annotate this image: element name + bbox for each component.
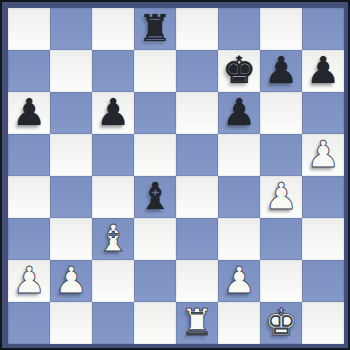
black-rook-d8[interactable]: ♜ (138, 8, 171, 50)
square-e6[interactable] (176, 92, 218, 134)
square-h2[interactable] (302, 260, 344, 302)
square-h3[interactable] (302, 218, 344, 260)
black-pawn-c6[interactable]: ♟ (96, 92, 129, 134)
square-c6[interactable]: ♟ (92, 92, 134, 134)
white-pawn-f2[interactable]: ♟ (222, 260, 255, 302)
square-f7[interactable]: ♚ (218, 50, 260, 92)
square-a1[interactable] (8, 302, 50, 344)
square-g2[interactable] (260, 260, 302, 302)
square-b6[interactable] (50, 92, 92, 134)
chess-board-frame: ♜♚♟♟♟♟♟♟♝♟♝♟♟♟♜♚ (0, 0, 350, 350)
square-c7[interactable] (92, 50, 134, 92)
chess-board: ♜♚♟♟♟♟♟♟♝♟♝♟♟♟♜♚ (8, 8, 344, 344)
square-d3[interactable] (134, 218, 176, 260)
white-king-g1[interactable]: ♚ (264, 302, 297, 344)
square-c2[interactable] (92, 260, 134, 302)
white-pawn-a2[interactable]: ♟ (12, 260, 45, 302)
square-c1[interactable] (92, 302, 134, 344)
square-e1[interactable]: ♜ (176, 302, 218, 344)
square-e4[interactable] (176, 176, 218, 218)
square-e8[interactable] (176, 8, 218, 50)
square-g1[interactable]: ♚ (260, 302, 302, 344)
square-b4[interactable] (50, 176, 92, 218)
black-pawn-h7[interactable]: ♟ (306, 50, 339, 92)
square-h8[interactable] (302, 8, 344, 50)
black-king-f7[interactable]: ♚ (222, 50, 255, 92)
square-g4[interactable]: ♟ (260, 176, 302, 218)
white-pawn-b2[interactable]: ♟ (54, 260, 87, 302)
black-pawn-f6[interactable]: ♟ (222, 92, 255, 134)
square-b8[interactable] (50, 8, 92, 50)
square-h4[interactable] (302, 176, 344, 218)
square-d4[interactable]: ♝ (134, 176, 176, 218)
square-e7[interactable] (176, 50, 218, 92)
white-bishop-c3[interactable]: ♝ (96, 218, 129, 260)
square-c4[interactable] (92, 176, 134, 218)
square-a4[interactable] (8, 176, 50, 218)
square-h6[interactable] (302, 92, 344, 134)
square-b5[interactable] (50, 134, 92, 176)
square-g5[interactable] (260, 134, 302, 176)
square-d8[interactable]: ♜ (134, 8, 176, 50)
square-c5[interactable] (92, 134, 134, 176)
square-b3[interactable] (50, 218, 92, 260)
square-h5[interactable]: ♟ (302, 134, 344, 176)
square-g7[interactable]: ♟ (260, 50, 302, 92)
square-c3[interactable]: ♝ (92, 218, 134, 260)
square-h1[interactable] (302, 302, 344, 344)
square-a8[interactable] (8, 8, 50, 50)
square-d5[interactable] (134, 134, 176, 176)
square-g6[interactable] (260, 92, 302, 134)
square-e5[interactable] (176, 134, 218, 176)
white-pawn-g4[interactable]: ♟ (264, 176, 297, 218)
black-bishop-d4[interactable]: ♝ (138, 176, 171, 218)
square-f5[interactable] (218, 134, 260, 176)
square-b7[interactable] (50, 50, 92, 92)
square-f4[interactable] (218, 176, 260, 218)
white-pawn-h5[interactable]: ♟ (306, 134, 339, 176)
square-d6[interactable] (134, 92, 176, 134)
square-f8[interactable] (218, 8, 260, 50)
square-c8[interactable] (92, 8, 134, 50)
square-g8[interactable] (260, 8, 302, 50)
square-d1[interactable] (134, 302, 176, 344)
square-d7[interactable] (134, 50, 176, 92)
square-f1[interactable] (218, 302, 260, 344)
square-a5[interactable] (8, 134, 50, 176)
square-a3[interactable] (8, 218, 50, 260)
square-b1[interactable] (50, 302, 92, 344)
square-f2[interactable]: ♟ (218, 260, 260, 302)
square-a6[interactable]: ♟ (8, 92, 50, 134)
black-pawn-g7[interactable]: ♟ (264, 50, 297, 92)
white-rook-e1[interactable]: ♜ (180, 302, 213, 344)
square-f3[interactable] (218, 218, 260, 260)
square-b2[interactable]: ♟ (50, 260, 92, 302)
black-pawn-a6[interactable]: ♟ (12, 92, 45, 134)
square-d2[interactable] (134, 260, 176, 302)
square-f6[interactable]: ♟ (218, 92, 260, 134)
square-a2[interactable]: ♟ (8, 260, 50, 302)
square-g3[interactable] (260, 218, 302, 260)
square-e2[interactable] (176, 260, 218, 302)
square-h7[interactable]: ♟ (302, 50, 344, 92)
square-a7[interactable] (8, 50, 50, 92)
square-e3[interactable] (176, 218, 218, 260)
